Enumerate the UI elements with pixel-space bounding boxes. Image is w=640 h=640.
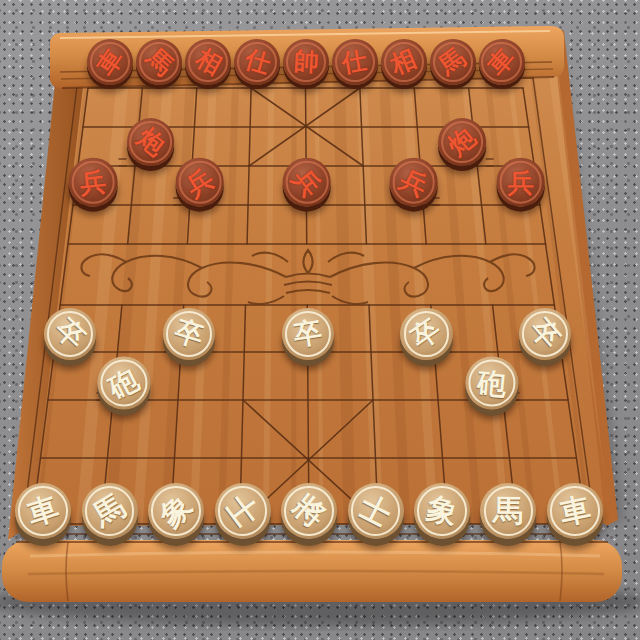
piece-red-soldier[interactable]: 兵 <box>282 158 331 207</box>
piece-character: 馬 <box>89 490 130 531</box>
piece-black-soldier[interactable]: 卒 <box>44 308 96 360</box>
piece-character: 相 <box>191 45 225 79</box>
piece-character: 象 <box>424 493 461 530</box>
piece-character: 炮 <box>133 124 169 160</box>
piece-red-advisor[interactable]: 仕 <box>332 39 378 85</box>
piece-black-advisor[interactable]: 士 <box>348 483 404 539</box>
piece-character: 相 <box>388 46 421 79</box>
piece-character: 士 <box>221 490 263 532</box>
piece-character: 兵 <box>78 168 107 197</box>
piece-character: 帥 <box>293 49 319 75</box>
piece-character: 炮 <box>444 124 480 160</box>
piece-character: 卒 <box>172 316 207 351</box>
piece-red-horse[interactable]: 馬 <box>136 39 182 85</box>
piece-black-advisor[interactable]: 士 <box>215 483 271 539</box>
piece-character: 砲 <box>105 364 144 403</box>
piece-character: 兵 <box>507 169 533 195</box>
piece-character: 卒 <box>51 314 91 354</box>
piece-red-soldier[interactable]: 兵 <box>69 158 118 207</box>
piece-red-soldier[interactable]: 兵 <box>389 158 438 207</box>
piece-character: 士 <box>355 491 396 532</box>
piece-red-soldier[interactable]: 兵 <box>496 158 545 207</box>
piece-red-horse[interactable]: 馬 <box>430 39 476 85</box>
piece-character: 車 <box>24 492 62 530</box>
piece-black-horse[interactable]: 馬 <box>480 483 536 539</box>
piece-black-elephant[interactable]: 象 <box>414 483 470 539</box>
piece-black-chariot[interactable]: 車 <box>547 483 603 539</box>
piece-character: 象 <box>155 490 198 533</box>
piece-black-elephant[interactable]: 象 <box>148 483 204 539</box>
piece-character: 卒 <box>525 314 565 354</box>
piece-black-soldier[interactable]: 卒 <box>282 308 334 360</box>
piece-character: 卒 <box>292 318 324 350</box>
piece-character: 車 <box>93 45 128 80</box>
piece-black-cannon[interactable]: 砲 <box>98 357 151 410</box>
piece-red-cannon[interactable]: 炮 <box>438 118 486 166</box>
piece-black-soldier[interactable]: 卒 <box>519 308 571 360</box>
piece-character: 馬 <box>493 496 524 527</box>
piece-red-soldier[interactable]: 兵 <box>175 158 224 207</box>
piece-red-chariot[interactable]: 車 <box>479 39 525 85</box>
piece-character: 卒 <box>407 314 446 353</box>
piece-character: 仕 <box>242 47 273 78</box>
piece-character: 將 <box>288 490 331 533</box>
piece-character: 兵 <box>182 164 218 200</box>
piece-red-general[interactable]: 帥 <box>283 39 329 85</box>
piece-character: 兵 <box>288 164 325 201</box>
piece-black-soldier[interactable]: 卒 <box>400 308 452 360</box>
piece-character: 仕 <box>340 48 369 77</box>
piece-red-chariot[interactable]: 車 <box>87 39 133 85</box>
piece-red-advisor[interactable]: 仕 <box>234 39 280 85</box>
piece-red-elephant[interactable]: 相 <box>185 39 231 85</box>
piece-red-cannon[interactable]: 炮 <box>127 118 175 166</box>
piece-character: 砲 <box>476 368 507 399</box>
piece-character: 兵 <box>396 165 431 200</box>
pieces-layer: 車馬相仕帥仕相馬車炮炮兵兵兵兵兵卒卒卒卒卒砲砲車馬象士將士象馬車 <box>0 0 640 640</box>
piece-red-elephant[interactable]: 相 <box>381 39 427 85</box>
piece-character: 車 <box>484 44 519 79</box>
piece-black-chariot[interactable]: 車 <box>15 483 71 539</box>
piece-black-cannon[interactable]: 砲 <box>465 357 518 410</box>
scene: 車馬相仕帥仕相馬車炮炮兵兵兵兵兵卒卒卒卒卒砲砲車馬象士將士象馬車 <box>0 0 640 640</box>
piece-black-soldier[interactable]: 卒 <box>163 308 215 360</box>
piece-character: 馬 <box>435 45 470 80</box>
piece-character: 車 <box>557 493 593 529</box>
piece-black-general[interactable]: 將 <box>281 483 337 539</box>
piece-character: 馬 <box>142 44 177 79</box>
piece-black-horse[interactable]: 馬 <box>82 483 138 539</box>
